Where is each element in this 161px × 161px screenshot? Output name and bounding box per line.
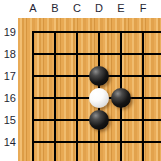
row-label-18: 18 [0,47,16,61]
intersection-C13[interactable] [66,153,88,161]
col-label-f: F [135,1,151,15]
intersection-D13[interactable] [88,153,110,161]
intersection-E18[interactable] [110,43,132,65]
intersection-B19[interactable] [44,21,66,43]
intersection-D16[interactable] [88,87,110,109]
intersection-B13[interactable] [44,153,66,161]
stone-white-d16[interactable] [89,88,109,108]
intersection-C18[interactable] [66,43,88,65]
intersection-G14[interactable] [154,131,161,153]
intersection-A19[interactable] [22,21,44,43]
intersection-B14[interactable] [44,131,66,153]
row-label-15: 15 [0,113,16,127]
intersection-A18[interactable] [22,43,44,65]
intersection-F13[interactable] [132,153,154,161]
intersection-G16[interactable] [154,87,161,109]
intersection-A15[interactable] [22,109,44,131]
stone-black-d15[interactable] [89,110,109,130]
col-label-d: D [91,1,107,15]
row-label-14: 14 [0,135,16,149]
intersection-C19[interactable] [66,21,88,43]
intersection-B17[interactable] [44,65,66,87]
intersection-C15[interactable] [66,109,88,131]
intersection-A16[interactable] [22,87,44,109]
intersection-F14[interactable] [132,131,154,153]
intersection-G15[interactable] [154,109,161,131]
board-grid [22,21,161,161]
intersection-E14[interactable] [110,131,132,153]
intersection-A17[interactable] [22,65,44,87]
intersection-B18[interactable] [44,43,66,65]
intersection-F15[interactable] [132,109,154,131]
intersection-F19[interactable] [132,21,154,43]
intersection-G13[interactable] [154,153,161,161]
intersection-A13[interactable] [22,153,44,161]
intersection-C14[interactable] [66,131,88,153]
stone-black-d17[interactable] [89,66,109,86]
intersection-D19[interactable] [88,21,110,43]
intersection-B16[interactable] [44,87,66,109]
stone-black-e16[interactable] [111,88,131,108]
row-label-17: 17 [0,69,16,83]
col-label-c: C [69,1,85,15]
intersection-F17[interactable] [132,65,154,87]
intersection-D17[interactable] [88,65,110,87]
intersection-A14[interactable] [22,131,44,153]
intersection-G17[interactable] [154,65,161,87]
intersection-D15[interactable] [88,109,110,131]
go-board-app: A B C D E F 19 18 17 16 15 14 [0,0,161,161]
intersection-E13[interactable] [110,153,132,161]
intersection-E17[interactable] [110,65,132,87]
intersection-G19[interactable] [154,21,161,43]
intersection-D14[interactable] [88,131,110,153]
intersection-E19[interactable] [110,21,132,43]
intersection-E16[interactable] [110,87,132,109]
intersection-C17[interactable] [66,65,88,87]
intersection-E15[interactable] [110,109,132,131]
intersection-G18[interactable] [154,43,161,65]
intersection-D18[interactable] [88,43,110,65]
col-label-e: E [113,1,129,15]
go-board [18,18,161,161]
col-label-a: A [25,1,41,15]
intersection-F16[interactable] [132,87,154,109]
intersection-B15[interactable] [44,109,66,131]
intersection-C16[interactable] [66,87,88,109]
row-label-16: 16 [0,91,16,105]
intersection-F18[interactable] [132,43,154,65]
row-label-19: 19 [0,25,16,39]
col-label-b: B [47,1,63,15]
